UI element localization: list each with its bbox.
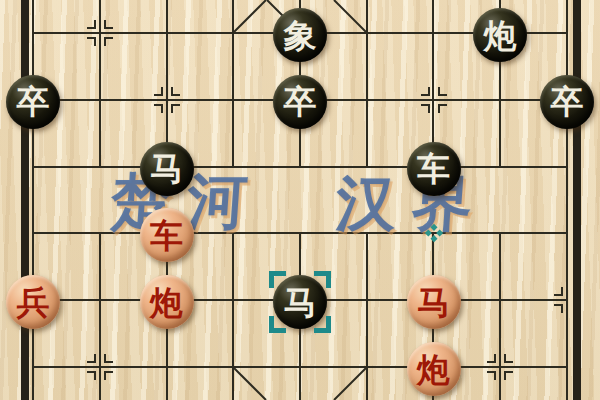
board-right-border	[573, 0, 581, 400]
piece-black-soldier[interactable]: 卒	[540, 75, 594, 129]
point-marker	[152, 85, 182, 115]
piece-black-chariot[interactable]: 车	[407, 142, 461, 196]
point-marker	[552, 285, 582, 315]
piece-red-horse[interactable]: 马	[407, 275, 461, 329]
point-marker	[85, 352, 115, 382]
piece-red-cannon[interactable]: 炮	[407, 342, 461, 396]
piece-red-soldier[interactable]: 兵	[6, 275, 60, 329]
piece-black-soldier[interactable]: 卒	[273, 75, 327, 129]
piece-black-horse[interactable]: 马	[140, 142, 194, 196]
xiangqi-board[interactable]: 楚河 汉界 象炮卒卒卒马车马车兵炮马炮	[0, 0, 600, 400]
piece-black-cannon[interactable]: 炮	[473, 8, 527, 62]
piece-red-cannon[interactable]: 炮	[140, 275, 194, 329]
point-marker	[419, 85, 449, 115]
piece-red-chariot[interactable]: 车	[140, 208, 194, 262]
point-marker	[85, 18, 115, 48]
piece-black-soldier[interactable]: 卒	[6, 75, 60, 129]
piece-black-elephant[interactable]: 象	[273, 8, 327, 62]
board-left-border	[21, 0, 29, 400]
piece-black-horse[interactable]: 马	[273, 275, 327, 329]
point-marker	[485, 352, 515, 382]
